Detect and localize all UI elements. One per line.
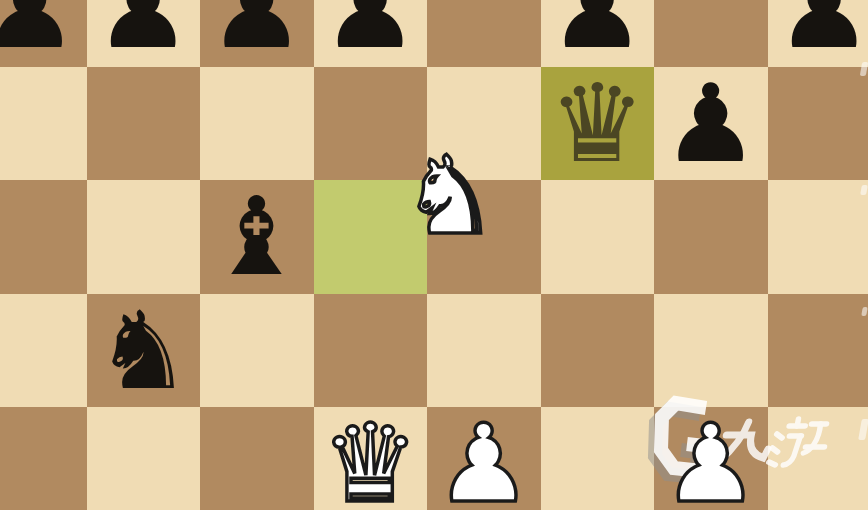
square-f3[interactable] (541, 407, 655, 510)
chess-board-viewport: ♟♟♟♟♟♟♛♟♝♞♛♟♟ (0, 0, 868, 510)
square-c3[interactable] (200, 407, 314, 510)
square-c4[interactable] (200, 294, 314, 408)
square-e7[interactable] (427, 0, 541, 67)
square-a6[interactable] (0, 67, 87, 181)
square-a3[interactable] (0, 407, 87, 510)
black-queen-f6[interactable]: ♛ (541, 67, 655, 181)
square-f4[interactable] (541, 294, 655, 408)
square-c5[interactable]: ♝ (200, 180, 314, 294)
square-g6[interactable]: ♟ (654, 67, 768, 181)
black-pawn-b7[interactable]: ♟ (87, 0, 201, 67)
square-h5[interactable] (768, 180, 868, 294)
black-pawn-d7[interactable]: ♟ (314, 0, 428, 67)
black-pawn-a7[interactable]: ♟ (0, 0, 87, 67)
square-e4[interactable] (427, 294, 541, 408)
square-d4[interactable] (314, 294, 428, 408)
square-g4[interactable] (654, 294, 768, 408)
square-f7[interactable]: ♟ (541, 0, 655, 67)
black-pawn-g6[interactable]: ♟ (654, 67, 768, 181)
square-g7[interactable] (654, 0, 768, 67)
square-a4[interactable] (0, 294, 87, 408)
square-f6[interactable]: ♛ (541, 67, 655, 181)
square-f5[interactable] (541, 180, 655, 294)
square-d3[interactable]: ♛ (314, 407, 428, 510)
square-c6[interactable] (200, 67, 314, 181)
square-h3[interactable] (768, 407, 868, 510)
square-d7[interactable]: ♟ (314, 0, 428, 67)
square-h6[interactable] (768, 67, 868, 181)
white-pawn-g3[interactable]: ♟ (654, 407, 768, 510)
square-b3[interactable] (87, 407, 201, 510)
black-pawn-c7[interactable]: ♟ (200, 0, 314, 67)
white-pawn-e3[interactable]: ♟ (427, 407, 541, 510)
square-a7[interactable]: ♟ (0, 0, 87, 67)
black-pawn-h7[interactable]: ♟ (768, 0, 868, 67)
square-g5[interactable] (654, 180, 768, 294)
square-b4[interactable]: ♞ (87, 294, 201, 408)
black-knight-b4[interactable]: ♞ (87, 294, 201, 408)
square-a5[interactable] (0, 180, 87, 294)
square-g3[interactable]: ♟ (654, 407, 768, 510)
square-e3[interactable]: ♟ (427, 407, 541, 510)
black-bishop-c5[interactable]: ♝ (200, 180, 314, 294)
square-b7[interactable]: ♟ (87, 0, 201, 67)
black-pawn-f7[interactable]: ♟ (541, 0, 655, 67)
square-h7[interactable]: ♟ (768, 0, 868, 67)
white-queen-d3[interactable]: ♛ (314, 407, 428, 510)
square-h4[interactable] (768, 294, 868, 408)
white-knight-floating[interactable]: ♞ (393, 139, 507, 253)
square-c7[interactable]: ♟ (200, 0, 314, 67)
square-b6[interactable] (87, 67, 201, 181)
square-b5[interactable] (87, 180, 201, 294)
